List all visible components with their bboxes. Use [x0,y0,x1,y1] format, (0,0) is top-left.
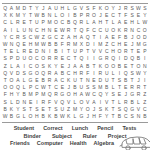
word-list-item: Pencil [97,126,113,132]
word-list-item: Ruler [83,134,97,140]
grid-cell: P [142,48,148,55]
word-list-row-1: StudentCorrectLunchPencilTests [0,126,150,132]
word-search-grid: QAMDTYJAUHLGVSFKOYJRSWSXKMYTWBNLOIBPROJE… [2,5,148,120]
grid-cell: C [142,106,148,113]
grid-cell: Z [142,91,148,98]
grid-cell: Z [142,98,148,105]
top-divider [2,3,148,4]
grid-cell: N [142,63,148,70]
grid-cell: I [142,55,148,62]
bottom-divider [2,122,148,123]
word-list-item: Subject [52,134,72,140]
grid-cell: D [142,34,148,41]
word-list-item: Friends [10,141,30,147]
grid-cell: B [142,113,148,120]
grid-cell: G [142,41,148,48]
word-list-item: Health [70,141,87,147]
grid-cell: S [142,5,148,12]
grid-cell: O [142,27,148,34]
school-bus-illustration [119,133,150,150]
grid-cell: I [142,77,148,84]
grid-cell: Y [142,70,148,77]
word-list-item: Correct [43,126,63,132]
grid-cell: T [142,84,148,91]
grid-cell: Y [142,12,148,19]
word-list-item: Student [14,126,34,132]
word-list-item: Algebra [94,141,114,147]
word-list-item: Lunch [72,126,89,132]
word-list-item: Tests [122,126,136,132]
grid-cell: W [142,19,148,26]
word-list-item: Computer [37,141,63,147]
word-list-item: Binder [23,134,40,140]
